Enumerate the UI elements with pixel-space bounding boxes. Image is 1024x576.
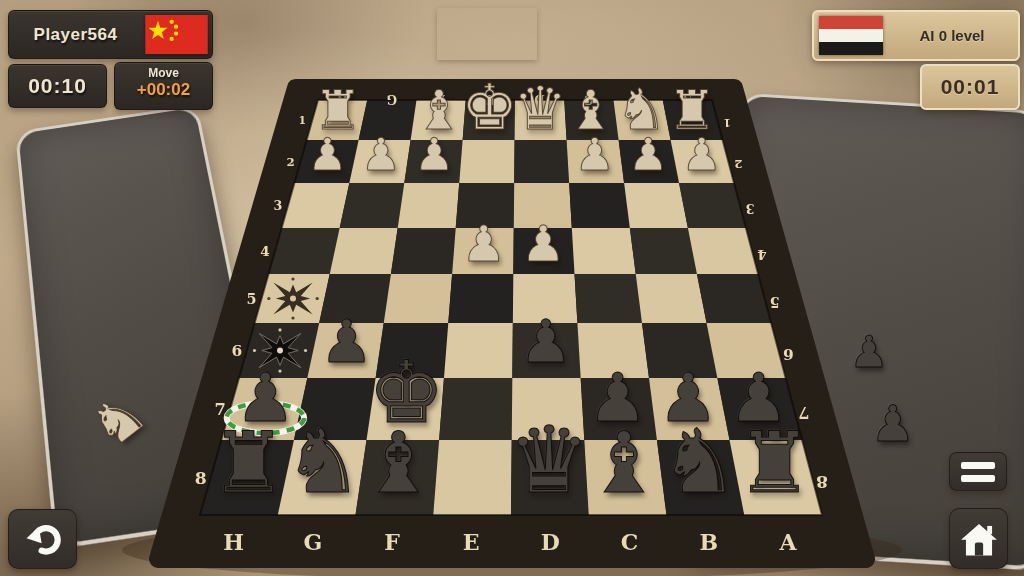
undo-arrow-icon bbox=[21, 517, 65, 561]
banner-stripe-yellow bbox=[504, 8, 537, 60]
piece-bN-b8[interactable]: ♞ bbox=[660, 417, 739, 505]
piece-bR-h8[interactable]: ♜ bbox=[210, 420, 286, 504]
piece-bB-c8[interactable]: ♝ bbox=[586, 420, 662, 504]
tricolor-banner bbox=[437, 8, 537, 60]
game-table: HHGGFFEEDDCCBBAA1122334455667788 ♜♞♝♛♚♝♜… bbox=[0, 0, 1024, 576]
captured-piece-bP: ♟ bbox=[849, 330, 888, 374]
piece-wP-f2[interactable]: ♟ bbox=[414, 133, 454, 178]
home-icon bbox=[957, 517, 1001, 561]
piece-bQ-d8[interactable]: ♛ bbox=[508, 414, 591, 506]
pieces-layer: ♜♞♝♛♚♝♜♟♟♟♟♟♟♟♟♟♟♟♟♟♟♚♛♝♞♜♝♞♜ bbox=[0, 0, 1024, 576]
piece-bP-d6[interactable]: ♟ bbox=[519, 313, 572, 372]
menu-icon bbox=[961, 462, 995, 469]
piece-bN-g8[interactable]: ♞ bbox=[284, 417, 363, 505]
piece-bP-g6[interactable]: ♟ bbox=[320, 313, 373, 372]
piece-bB-f8[interactable]: ♝ bbox=[361, 420, 437, 504]
piece-wP-g2[interactable]: ♟ bbox=[361, 133, 401, 178]
piece-wP-d4[interactable]: ♟ bbox=[521, 220, 565, 270]
piece-wP-e4[interactable]: ♟ bbox=[462, 220, 506, 270]
piece-wQ-d1[interactable]: ♛ bbox=[513, 79, 566, 139]
captured-piece-bP: ♟ bbox=[871, 399, 916, 449]
piece-wP-h2[interactable]: ♟ bbox=[307, 133, 347, 178]
banner-stripe-red bbox=[437, 8, 470, 60]
banner-stripe-blue bbox=[470, 8, 503, 60]
piece-wP-a2[interactable]: ♟ bbox=[681, 133, 721, 178]
piece-bR-a8[interactable]: ♜ bbox=[737, 420, 813, 504]
menu-button[interactable] bbox=[949, 452, 1007, 491]
undo-button[interactable] bbox=[8, 509, 77, 569]
piece-wK-e1[interactable]: ♚ bbox=[461, 76, 518, 139]
home-button[interactable] bbox=[949, 508, 1008, 569]
piece-wP-b2[interactable]: ♟ bbox=[628, 133, 668, 178]
piece-wP-c2[interactable]: ♟ bbox=[575, 133, 615, 178]
